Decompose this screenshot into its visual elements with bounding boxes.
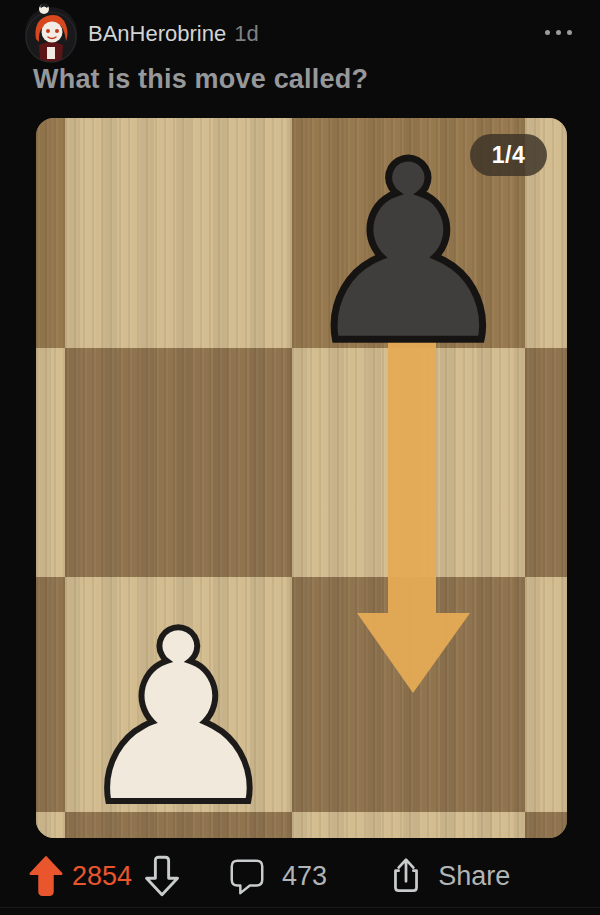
share-label: Share — [438, 861, 510, 892]
board-square — [36, 118, 65, 348]
board-square — [292, 577, 525, 812]
gallery-page-badge: 1/4 — [470, 134, 547, 176]
speech-bubble-icon — [227, 856, 267, 896]
chess-board — [36, 118, 567, 838]
board-square — [65, 118, 292, 348]
upvote-arrow-icon — [28, 855, 64, 897]
board-square — [525, 348, 567, 577]
share-box-arrow-icon — [387, 856, 425, 896]
author-name[interactable]: BAnHerobrine — [88, 21, 226, 46]
upvote-count: 2854 — [72, 861, 132, 892]
comments-button[interactable]: 473 — [227, 856, 327, 896]
board-square — [65, 577, 292, 812]
post-header: BAnHerobrine1d — [0, 0, 600, 62]
board-square — [36, 812, 65, 838]
post-image-chessboard[interactable]: ♟ ♟ 1/4 — [36, 118, 567, 838]
avatar[interactable] — [25, 7, 77, 59]
post-age: 1d — [234, 21, 258, 46]
comment-count: 473 — [282, 861, 327, 892]
board-square — [36, 577, 65, 812]
byline: BAnHerobrine1d — [88, 21, 259, 47]
downvote-button[interactable] — [144, 855, 180, 897]
post-title: What is this move called? — [33, 63, 573, 96]
downvote-arrow-icon — [144, 855, 180, 897]
board-square — [292, 812, 525, 838]
post-action-bar: 2854 473 Share — [0, 845, 600, 908]
board-square — [36, 348, 65, 577]
board-square — [292, 348, 525, 577]
board-square — [525, 812, 567, 838]
upvote-button[interactable] — [28, 855, 64, 897]
board-square — [525, 577, 567, 812]
overflow-menu-icon[interactable] — [545, 30, 572, 35]
reddit-snoo-avatar-icon — [25, 1, 77, 63]
board-square — [65, 348, 292, 577]
share-button[interactable]: Share — [387, 856, 510, 896]
board-square — [65, 812, 292, 838]
